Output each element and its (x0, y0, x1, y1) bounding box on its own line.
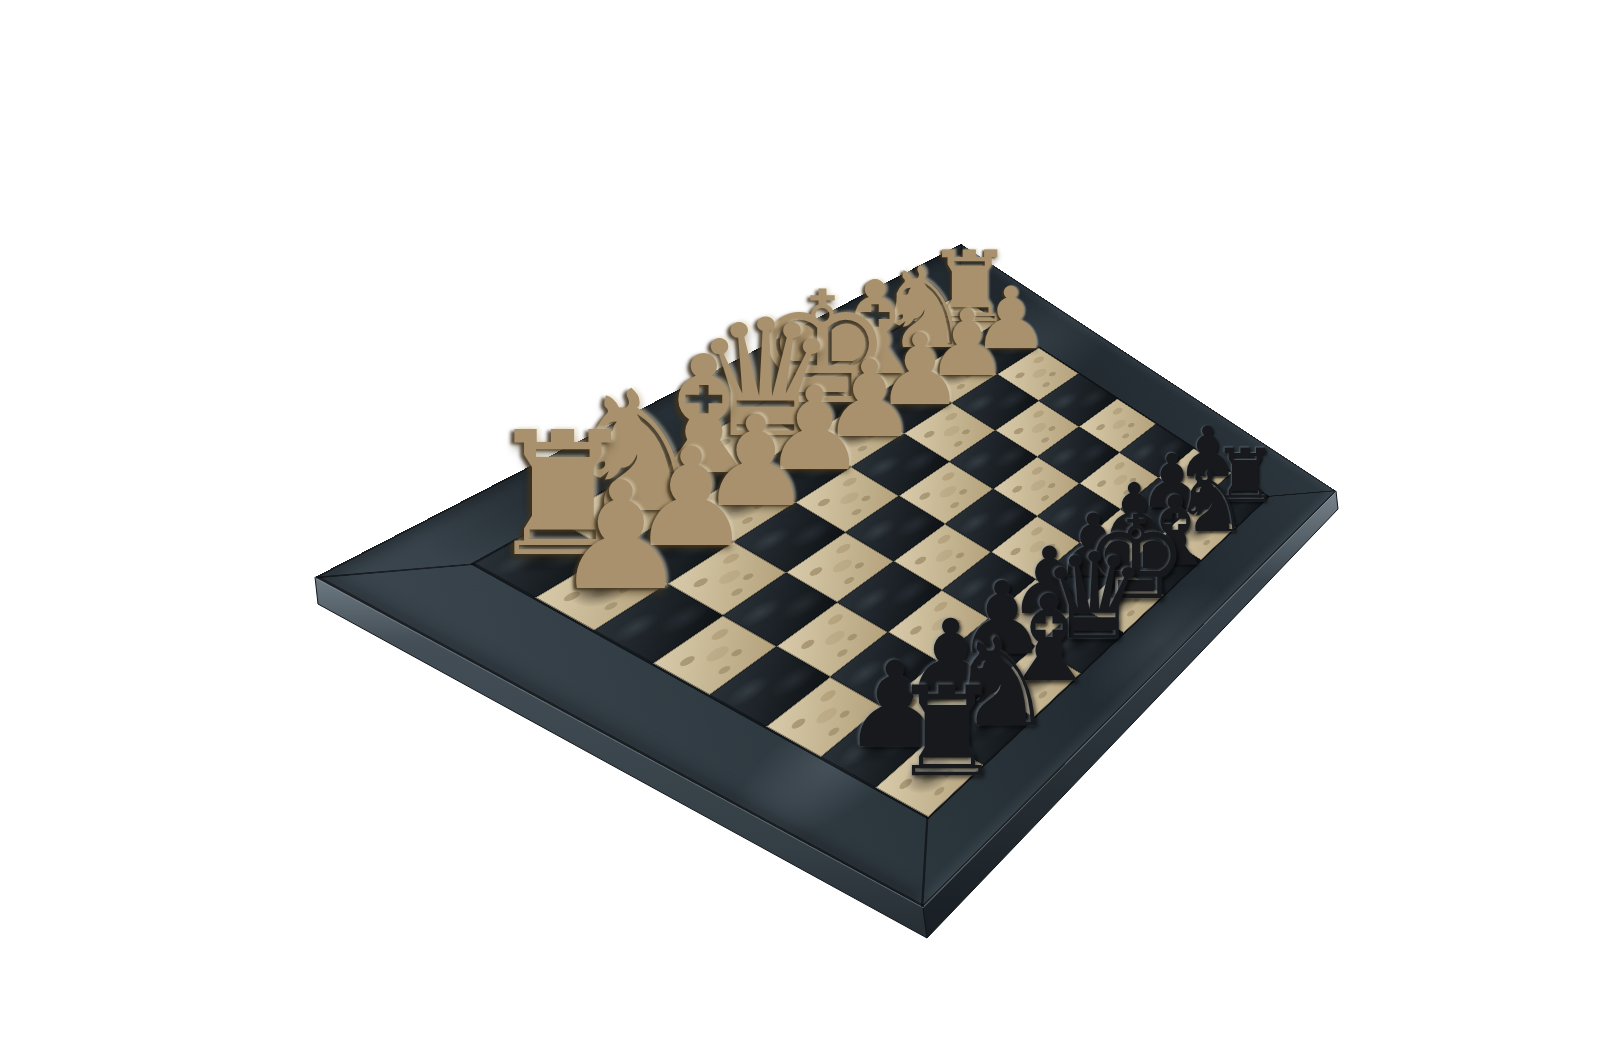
border-miter-seam (958, 244, 963, 296)
border-miter-seam (316, 563, 477, 578)
border-miter-seam (921, 815, 929, 906)
product-photo: ♜♞♝♛♚♝♞♜♟♟♟♟♟♟♟♟♟♟♟♟♟♟♟♟♜♞♝♛♚♝♞♜ (0, 0, 1600, 1059)
border-miter-seam (1267, 490, 1336, 497)
